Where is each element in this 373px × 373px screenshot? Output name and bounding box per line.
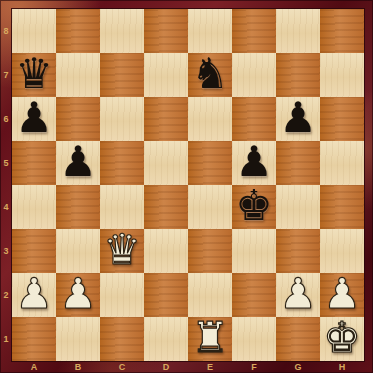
black-pawn[interactable]: ♟ — [279, 97, 317, 139]
square-a3[interactable] — [12, 229, 56, 273]
white-pawn[interactable]: ♟ — [323, 273, 361, 315]
square-f7[interactable] — [232, 53, 276, 97]
square-e2[interactable] — [188, 273, 232, 317]
square-a1[interactable] — [12, 317, 56, 361]
square-c4[interactable] — [100, 185, 144, 229]
file-label-e: E — [188, 361, 232, 373]
square-h8[interactable] — [320, 9, 364, 53]
rank-label-2: 2 — [0, 273, 12, 317]
white-pawn[interactable]: ♟ — [15, 273, 53, 315]
square-h5[interactable] — [320, 141, 364, 185]
square-a8[interactable] — [12, 9, 56, 53]
black-knight[interactable]: ♞ — [191, 53, 229, 95]
square-c1[interactable] — [100, 317, 144, 361]
square-h4[interactable] — [320, 185, 364, 229]
square-d1[interactable] — [144, 317, 188, 361]
square-f1[interactable] — [232, 317, 276, 361]
black-pawn[interactable]: ♟ — [15, 97, 53, 139]
square-f5[interactable]: ♟ — [232, 141, 276, 185]
white-king[interactable]: ♚ — [323, 317, 361, 359]
square-g3[interactable] — [276, 229, 320, 273]
file-label-d: D — [144, 361, 188, 373]
square-f6[interactable] — [232, 97, 276, 141]
square-f3[interactable] — [232, 229, 276, 273]
square-a5[interactable] — [12, 141, 56, 185]
square-e6[interactable] — [188, 97, 232, 141]
black-king[interactable]: ♚ — [235, 185, 273, 227]
square-d4[interactable] — [144, 185, 188, 229]
square-g4[interactable] — [276, 185, 320, 229]
square-b2[interactable]: ♟ — [56, 273, 100, 317]
square-e3[interactable] — [188, 229, 232, 273]
square-h6[interactable] — [320, 97, 364, 141]
square-h1[interactable]: ♚ — [320, 317, 364, 361]
square-e5[interactable] — [188, 141, 232, 185]
square-e8[interactable] — [188, 9, 232, 53]
square-g2[interactable]: ♟ — [276, 273, 320, 317]
square-d8[interactable] — [144, 9, 188, 53]
square-c7[interactable] — [100, 53, 144, 97]
square-c5[interactable] — [100, 141, 144, 185]
rank-label-6: 6 — [0, 97, 12, 141]
file-label-a: A — [12, 361, 56, 373]
square-b6[interactable] — [56, 97, 100, 141]
file-label-g: G — [276, 361, 320, 373]
square-b1[interactable] — [56, 317, 100, 361]
square-g6[interactable]: ♟ — [276, 97, 320, 141]
square-e1[interactable]: ♜ — [188, 317, 232, 361]
square-d5[interactable] — [144, 141, 188, 185]
square-a2[interactable]: ♟ — [12, 273, 56, 317]
square-c2[interactable] — [100, 273, 144, 317]
square-d2[interactable] — [144, 273, 188, 317]
square-b3[interactable] — [56, 229, 100, 273]
square-f2[interactable] — [232, 273, 276, 317]
square-d3[interactable] — [144, 229, 188, 273]
square-h3[interactable] — [320, 229, 364, 273]
square-g7[interactable] — [276, 53, 320, 97]
square-a6[interactable]: ♟ — [12, 97, 56, 141]
chessboard-frame: 87654321 ABCDEFGH ♛♞♟♟♟♟♚♛♟♟♟♟♜♚ — [0, 0, 373, 373]
rank-label-4: 4 — [0, 185, 12, 229]
white-rook[interactable]: ♜ — [191, 317, 229, 359]
rank-label-8: 8 — [0, 9, 12, 53]
square-b8[interactable] — [56, 9, 100, 53]
square-b4[interactable] — [56, 185, 100, 229]
rank-label-7: 7 — [0, 53, 12, 97]
square-b7[interactable] — [56, 53, 100, 97]
square-c8[interactable] — [100, 9, 144, 53]
black-queen[interactable]: ♛ — [15, 53, 53, 95]
file-labels: ABCDEFGH — [12, 361, 364, 373]
square-g5[interactable] — [276, 141, 320, 185]
white-queen[interactable]: ♛ — [103, 229, 141, 271]
white-pawn[interactable]: ♟ — [59, 273, 97, 315]
rank-label-1: 1 — [0, 317, 12, 361]
square-f8[interactable] — [232, 9, 276, 53]
black-pawn[interactable]: ♟ — [59, 141, 97, 183]
square-g8[interactable] — [276, 9, 320, 53]
black-pawn[interactable]: ♟ — [235, 141, 273, 183]
rank-label-5: 5 — [0, 141, 12, 185]
square-d6[interactable] — [144, 97, 188, 141]
square-c3[interactable]: ♛ — [100, 229, 144, 273]
square-a4[interactable] — [12, 185, 56, 229]
square-e4[interactable] — [188, 185, 232, 229]
square-e7[interactable]: ♞ — [188, 53, 232, 97]
file-label-f: F — [232, 361, 276, 373]
rank-labels: 87654321 — [0, 9, 12, 361]
chess-board[interactable]: ♛♞♟♟♟♟♚♛♟♟♟♟♜♚ — [12, 9, 364, 361]
square-f4[interactable]: ♚ — [232, 185, 276, 229]
square-d7[interactable] — [144, 53, 188, 97]
rank-label-3: 3 — [0, 229, 12, 273]
square-h7[interactable] — [320, 53, 364, 97]
file-label-b: B — [56, 361, 100, 373]
square-b5[interactable]: ♟ — [56, 141, 100, 185]
square-a7[interactable]: ♛ — [12, 53, 56, 97]
white-pawn[interactable]: ♟ — [279, 273, 317, 315]
square-g1[interactable] — [276, 317, 320, 361]
file-label-h: H — [320, 361, 364, 373]
square-c6[interactable] — [100, 97, 144, 141]
square-h2[interactable]: ♟ — [320, 273, 364, 317]
file-label-c: C — [100, 361, 144, 373]
